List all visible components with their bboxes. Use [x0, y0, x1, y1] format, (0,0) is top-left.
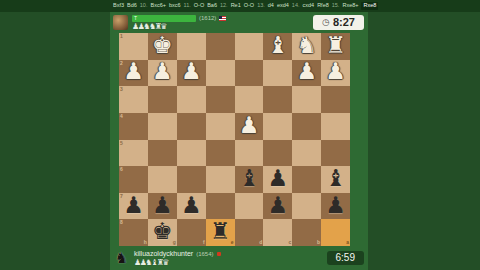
rank-coordinate-label: 3 [120, 87, 123, 92]
square-f6[interactable] [177, 166, 206, 193]
square-e4[interactable] [206, 113, 235, 140]
black-pawn-piece[interactable]: ♟ [325, 194, 346, 217]
square-e5[interactable] [206, 140, 235, 167]
top-player-flag-icon [219, 16, 226, 21]
move-token[interactable]: Bxf3 [113, 3, 124, 9]
square-g5[interactable] [148, 140, 177, 167]
file-coordinate-label: g [173, 240, 176, 245]
square-b8[interactable]: b [292, 219, 321, 246]
square-a6[interactable]: ♝ [321, 166, 350, 193]
square-e1[interactable] [206, 33, 235, 60]
file-coordinate-label: h [144, 240, 147, 245]
bottom-player-clock: 6:59 [327, 251, 364, 265]
move-token[interactable]: Rfe8 [317, 3, 329, 9]
white-pawn-piece[interactable]: ♟ [296, 60, 317, 83]
square-a5[interactable] [321, 140, 350, 167]
square-b3[interactable] [292, 86, 321, 113]
square-h4[interactable]: 4 [119, 113, 148, 140]
black-pawn-piece[interactable]: ♟ [268, 167, 289, 190]
square-c6[interactable]: ♟ [263, 166, 292, 193]
game-column: T (1612) ♟♟♞♞♜♛ ◷ 8:27 1♚♝♞♜2♟♟♟♟♟34♟56♝… [110, 12, 368, 270]
square-a1[interactable]: ♜ [321, 33, 350, 60]
move-token[interactable]: d4 [268, 3, 274, 9]
bottom-player-captured-pieces: ♟♟♞♝♜♛ [134, 259, 221, 267]
file-coordinate-label: e [231, 240, 234, 245]
white-pawn-piece[interactable]: ♟ [239, 114, 260, 137]
top-player-captured-pieces: ♟♟♞♞♜♛ [132, 23, 226, 31]
bottom-player-name[interactable]: killuazoldyckhunter [134, 250, 193, 257]
file-coordinate-label: f [203, 240, 205, 245]
move-token[interactable]: bxc6 [169, 3, 181, 9]
bottom-player-badge-icon [217, 252, 221, 256]
rank-coordinate-label: 1 [120, 34, 123, 39]
rank-coordinate-label: 6 [120, 167, 123, 172]
black-pawn-piece[interactable]: ♟ [123, 194, 144, 217]
square-c3[interactable] [263, 86, 292, 113]
square-b2[interactable]: ♟ [292, 60, 321, 87]
square-e6[interactable] [206, 166, 235, 193]
black-bishop-piece[interactable]: ♝ [239, 167, 260, 190]
black-pawn-piece[interactable]: ♟ [152, 194, 173, 217]
square-b4[interactable] [292, 113, 321, 140]
square-f8[interactable]: f [177, 219, 206, 246]
top-player-avatar[interactable] [113, 15, 128, 30]
bottom-player-avatar-knight-icon[interactable]: ♞ [113, 250, 130, 267]
square-a3[interactable] [321, 86, 350, 113]
square-c4[interactable] [263, 113, 292, 140]
square-d5[interactable] [235, 140, 264, 167]
move-token[interactable]: 15. [332, 3, 340, 9]
move-token[interactable]: Rxe8+ [342, 3, 358, 9]
white-pawn-piece[interactable]: ♟ [325, 60, 346, 83]
white-rook-piece[interactable]: ♜ [325, 34, 346, 57]
square-d1[interactable] [235, 33, 264, 60]
move-token[interactable]: Ba6 [207, 3, 217, 9]
move-token[interactable]: 14. [292, 3, 300, 9]
white-pawn-piece[interactable]: ♟ [181, 60, 202, 83]
square-d7[interactable] [235, 193, 264, 220]
square-c1[interactable]: ♝ [263, 33, 292, 60]
clock-icon: ◷ [322, 18, 330, 27]
file-coordinate-label: b [317, 240, 320, 245]
square-f4[interactable] [177, 113, 206, 140]
square-d4[interactable]: ♟ [235, 113, 264, 140]
square-h1[interactable]: 1 [119, 33, 148, 60]
square-h5[interactable]: 5 [119, 140, 148, 167]
move-token[interactable]: 13. [257, 3, 265, 9]
square-g2[interactable]: ♟ [148, 60, 177, 87]
square-f7[interactable]: ♟ [177, 193, 206, 220]
black-pawn-piece[interactable]: ♟ [181, 194, 202, 217]
white-king-piece[interactable]: ♚ [152, 34, 173, 57]
square-e2[interactable] [206, 60, 235, 87]
bottom-player-row: ♞ killuazoldyckhunter (1654) ♟♟♞♝♜♛ 6:59 [110, 246, 368, 270]
square-c5[interactable] [263, 140, 292, 167]
move-token[interactable]: 12. [220, 3, 228, 9]
file-coordinate-label: a [346, 240, 349, 245]
square-f3[interactable] [177, 86, 206, 113]
square-e3[interactable] [206, 86, 235, 113]
square-c2[interactable] [263, 60, 292, 87]
square-f5[interactable] [177, 140, 206, 167]
move-token[interactable]: exd4 [277, 3, 289, 9]
chess-board: 1♚♝♞♜2♟♟♟♟♟34♟56♝♟♝7♟♟♟♟♟8hg♚fe♜dcba [119, 33, 350, 246]
square-h8[interactable]: 8h [119, 219, 148, 246]
rank-coordinate-label: 8 [120, 220, 123, 225]
square-b7[interactable] [292, 193, 321, 220]
black-pawn-piece[interactable]: ♟ [268, 194, 289, 217]
square-a7[interactable]: ♟ [321, 193, 350, 220]
square-g6[interactable] [148, 166, 177, 193]
top-player-name-hidden-bar[interactable]: T [132, 15, 196, 22]
square-h3[interactable]: 3 [119, 86, 148, 113]
square-g7[interactable]: ♟ [148, 193, 177, 220]
black-bishop-piece[interactable]: ♝ [325, 167, 346, 190]
black-rook-piece[interactable]: ♜ [210, 220, 231, 243]
square-h6[interactable]: 6 [119, 166, 148, 193]
file-coordinate-label: c [288, 240, 291, 245]
square-d8[interactable]: d [235, 219, 264, 246]
square-g3[interactable] [148, 86, 177, 113]
white-knight-piece[interactable]: ♞ [296, 34, 317, 57]
move-list-bar: Bxf3Bd610.Bxc6+bxc611.O-OBa612.Re1O-O13.… [0, 0, 480, 12]
white-pawn-piece[interactable]: ♟ [152, 60, 173, 83]
bottom-player-rating: (1654) [196, 251, 213, 257]
square-e8[interactable]: e♜ [206, 219, 235, 246]
move-token[interactable]: 10. [140, 3, 148, 9]
square-g8[interactable]: g♚ [148, 219, 177, 246]
top-player-row: T (1612) ♟♟♞♞♜♛ ◷ 8:27 [110, 12, 368, 33]
square-g1[interactable]: ♚ [148, 33, 177, 60]
square-d6[interactable]: ♝ [235, 166, 264, 193]
square-d3[interactable] [235, 86, 264, 113]
square-e7[interactable] [206, 193, 235, 220]
square-f2[interactable]: ♟ [177, 60, 206, 87]
square-d2[interactable] [235, 60, 264, 87]
rank-coordinate-label: 4 [120, 114, 123, 119]
square-a2[interactable]: ♟ [321, 60, 350, 87]
square-b6[interactable] [292, 166, 321, 193]
move-token[interactable]: cxd4 [303, 3, 315, 9]
rank-coordinate-label: 5 [120, 141, 123, 146]
square-b5[interactable] [292, 140, 321, 167]
move-token[interactable]: Bd6 [127, 3, 137, 9]
white-bishop-piece[interactable]: ♝ [268, 34, 289, 57]
move-token[interactable]: Re1 [231, 3, 241, 9]
move-token[interactable]: O-O [194, 3, 204, 9]
file-coordinate-label: d [259, 240, 262, 245]
black-king-piece[interactable]: ♚ [152, 220, 173, 243]
square-a8[interactable]: a [321, 219, 350, 246]
square-h7[interactable]: 7♟ [119, 193, 148, 220]
bottom-clock-time: 6:59 [336, 253, 355, 263]
top-clock-time: 8:27 [333, 17, 355, 28]
square-c8[interactable]: c [263, 219, 292, 246]
square-h2[interactable]: 2♟ [119, 60, 148, 87]
move-token[interactable]: O-O [244, 3, 254, 9]
square-b1[interactable]: ♞ [292, 33, 321, 60]
move-token[interactable]: Rxe8 [361, 2, 378, 10]
square-c7[interactable]: ♟ [263, 193, 292, 220]
top-player-clock: ◷ 8:27 [313, 15, 364, 30]
move-token[interactable]: 11. [184, 3, 191, 9]
square-f1[interactable] [177, 33, 206, 60]
white-pawn-piece[interactable]: ♟ [123, 60, 144, 83]
square-a4[interactable] [321, 113, 350, 140]
move-token[interactable]: Bxc6+ [150, 3, 165, 9]
square-g4[interactable] [148, 113, 177, 140]
top-player-rating: (1612) [199, 15, 216, 21]
